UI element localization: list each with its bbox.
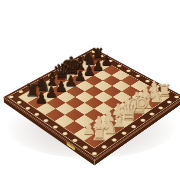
chess-set-product-photo: ♜♞♝♛♚♝♞♜♟♟♟♟♟♟♟♟♟♟♟♟♟♟♟♟♜♞♝♛♚♝♞♜: [0, 0, 180, 180]
